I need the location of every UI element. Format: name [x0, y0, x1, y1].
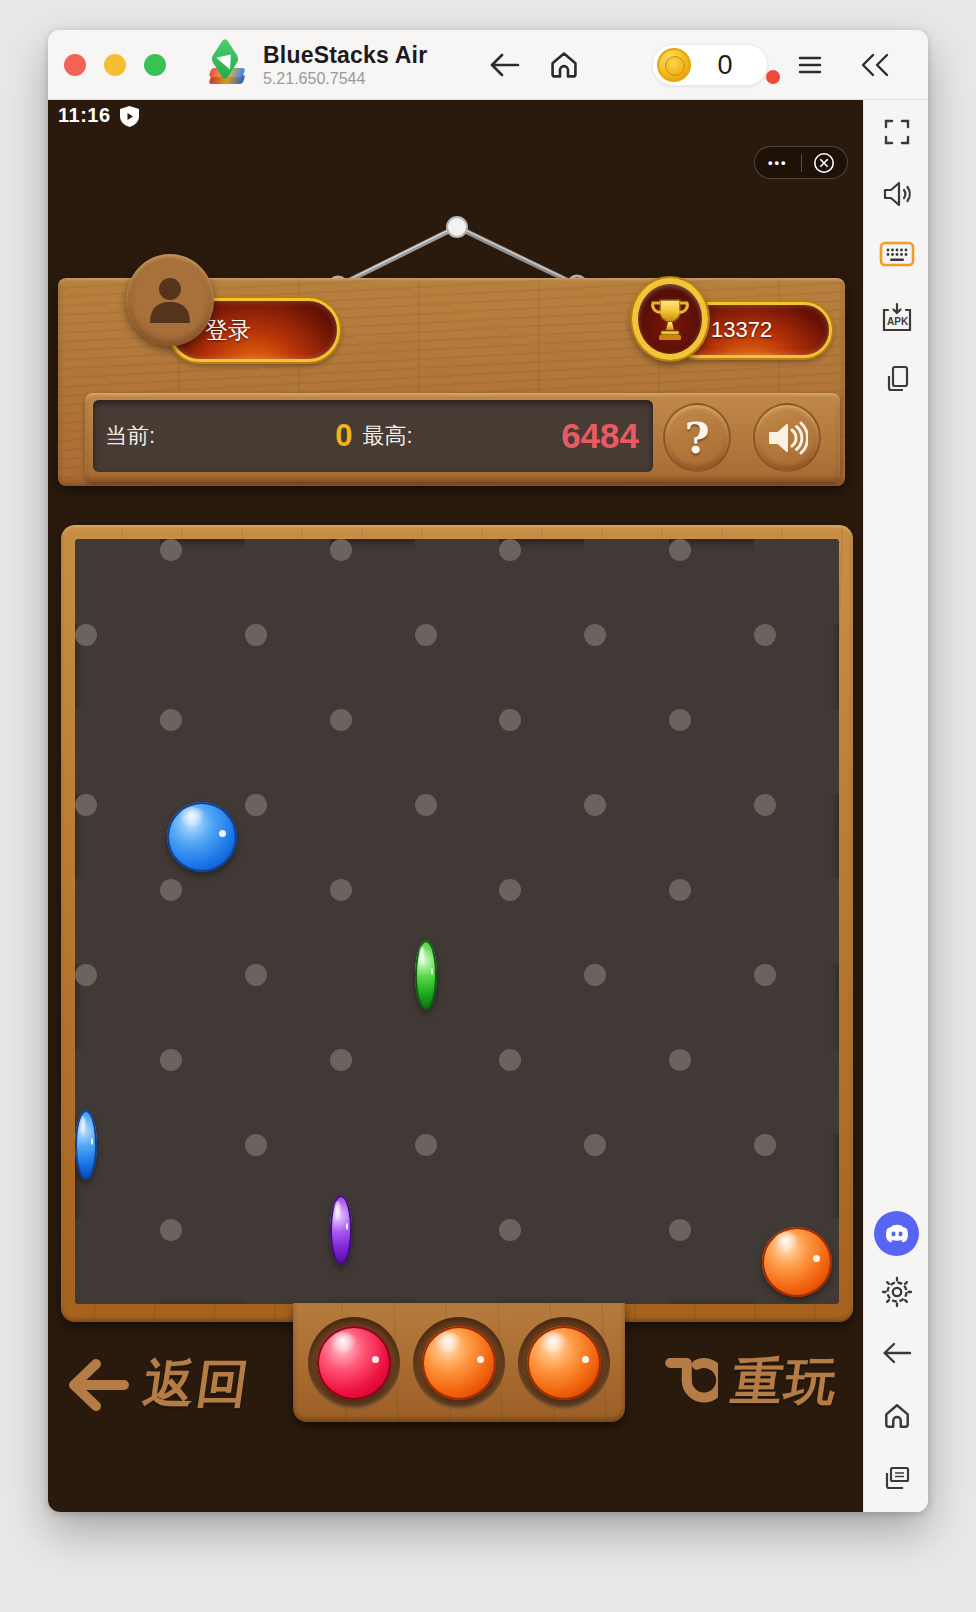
next-orange-ball — [527, 1326, 601, 1400]
purple-ball[interactable] — [330, 1195, 352, 1265]
board-cell[interactable] — [160, 709, 182, 731]
board-cell[interactable] — [499, 879, 521, 901]
score-display: 当前: 0 最高: 6484 — [93, 400, 653, 472]
board-cell[interactable] — [160, 1049, 182, 1071]
board-cell[interactable] — [75, 539, 160, 624]
board-cell[interactable] — [245, 1219, 330, 1304]
board-cell[interactable] — [330, 1049, 352, 1071]
board-cell[interactable] — [754, 879, 839, 964]
shield-icon — [120, 106, 139, 131]
back-label: 返回 — [139, 1350, 255, 1419]
board-cell[interactable] — [499, 1219, 521, 1241]
blue-ball[interactable] — [167, 802, 237, 872]
board-cell[interactable] — [584, 539, 669, 624]
current-score-label: 当前: — [105, 421, 155, 451]
board-cell[interactable] — [330, 624, 415, 709]
board-cell[interactable] — [669, 1134, 754, 1219]
board-cell[interactable] — [669, 1049, 691, 1071]
board-cell[interactable] — [754, 794, 776, 816]
next-ball-slot — [413, 1317, 505, 1409]
board-cell[interactable] — [415, 539, 500, 624]
bluestacks-logo-icon — [206, 44, 248, 86]
board-cell[interactable] — [245, 964, 267, 986]
app-version: 5.21.650.7544 — [263, 70, 427, 88]
bluestacks-window: BlueStacks Air 5.21.650.7544 0 11:16 — [48, 30, 928, 1512]
keyboard-icon[interactable] — [864, 240, 928, 268]
next-red-ball — [317, 1326, 391, 1400]
back-icon[interactable] — [488, 51, 522, 79]
next-balls-tray — [293, 1303, 625, 1422]
board-cell[interactable] — [669, 1219, 691, 1241]
settings-gear-icon[interactable] — [864, 1276, 928, 1308]
game-screen: 11:16 ••• — [48, 100, 863, 1512]
board-cell[interactable] — [584, 624, 606, 646]
menu-icon[interactable] — [796, 54, 824, 76]
board-cell[interactable] — [415, 1049, 500, 1134]
board-cell[interactable] — [669, 879, 691, 901]
board-cell[interactable] — [415, 794, 437, 816]
board-cell[interactable] — [75, 624, 97, 646]
board-cell[interactable] — [754, 539, 839, 624]
board-cell[interactable] — [160, 794, 245, 879]
board-cell[interactable] — [669, 624, 754, 709]
board-cell[interactable] — [160, 964, 245, 1049]
board-cell[interactable] — [499, 964, 584, 1049]
board-cell[interactable] — [499, 794, 584, 879]
back-to-menu-button[interactable]: 返回 — [64, 1350, 250, 1419]
board-cell[interactable] — [499, 709, 521, 731]
board-cell[interactable] — [75, 964, 97, 986]
svg-text:APK: APK — [887, 316, 909, 327]
discord-icon[interactable] — [864, 1211, 928, 1256]
game-board — [75, 539, 839, 1304]
bluestacks-sidebar: APK — [863, 100, 928, 1512]
best-score-value: 6484 — [561, 416, 639, 456]
board-cell[interactable] — [754, 964, 776, 986]
header-board: 登录 13372 — [58, 278, 845, 486]
board-cell[interactable] — [499, 1049, 521, 1071]
back-arrow-icon — [64, 1354, 130, 1416]
android-home-icon[interactable] — [864, 1402, 928, 1430]
board-cell[interactable] — [415, 624, 437, 646]
orange-ball[interactable] — [762, 1227, 832, 1297]
close-button[interactable] — [64, 54, 86, 76]
board-cell[interactable] — [245, 624, 267, 646]
install-apk-icon[interactable]: APK — [864, 302, 928, 334]
board-cell[interactable] — [75, 879, 160, 964]
board-cell[interactable] — [160, 1134, 245, 1219]
board-cell[interactable] — [415, 1134, 437, 1156]
avatar[interactable] — [126, 254, 214, 346]
board-cell[interactable] — [75, 709, 160, 794]
board-cell[interactable] — [754, 1134, 776, 1156]
replay-icon — [660, 1352, 718, 1414]
fullscreen-icon[interactable] — [864, 118, 928, 146]
best-score-label: 最高: — [362, 421, 412, 451]
board-cell[interactable] — [160, 539, 182, 561]
titlebar: BlueStacks Air 5.21.650.7544 0 — [48, 30, 928, 100]
multi-window-icon[interactable] — [864, 364, 928, 394]
close-overlay-button[interactable] — [802, 152, 848, 174]
trophy-icon — [632, 278, 708, 360]
board-cell[interactable] — [160, 624, 245, 709]
board-cell[interactable] — [75, 1134, 97, 1156]
login-label: 登录 — [205, 315, 251, 346]
board-cell[interactable] — [669, 709, 691, 731]
zoom-button[interactable] — [144, 54, 166, 76]
next-ball-slot — [518, 1317, 610, 1409]
minimize-button[interactable] — [104, 54, 126, 76]
help-button[interactable]: ? — [663, 403, 731, 472]
board-cell[interactable] — [754, 709, 839, 794]
app-title: BlueStacks Air — [263, 42, 427, 69]
board-cell[interactable] — [584, 1134, 606, 1156]
board-cell[interactable] — [330, 539, 352, 561]
traffic-lights — [64, 54, 166, 76]
board-cell[interactable] — [669, 539, 691, 561]
board-cell[interactable] — [75, 794, 97, 816]
home-icon[interactable] — [548, 50, 580, 80]
blue-ball[interactable] — [75, 1110, 97, 1180]
board-cell[interactable] — [160, 1219, 182, 1241]
board-cell[interactable] — [245, 539, 330, 624]
coin-count: 0 — [691, 50, 767, 81]
replay-label: 重玩 — [727, 1348, 843, 1417]
board-cell[interactable] — [330, 794, 415, 879]
current-score-value: 0 — [335, 418, 352, 454]
board-cell[interactable] — [499, 1134, 584, 1219]
more-options-button[interactable]: ••• — [755, 155, 801, 170]
board-cell[interactable] — [245, 879, 330, 964]
board-cell[interactable] — [584, 1219, 669, 1304]
board-cell[interactable] — [754, 1219, 839, 1304]
board-cell[interactable] — [415, 964, 437, 986]
board-cell[interactable] — [245, 709, 330, 794]
next-ball-slot — [308, 1317, 400, 1409]
board-cell[interactable] — [584, 879, 669, 964]
board-cell[interactable] — [245, 794, 267, 816]
board-cell[interactable] — [499, 539, 521, 561]
board-cell[interactable] — [584, 964, 606, 986]
trophy-score: 13372 — [711, 317, 772, 343]
recent-apps-icon[interactable] — [864, 1464, 928, 1494]
board-cell[interactable] — [330, 879, 352, 901]
board-cell[interactable] — [245, 1049, 330, 1134]
notification-dot — [766, 70, 780, 84]
next-orange-ball — [422, 1326, 496, 1400]
board-cell[interactable] — [75, 1219, 160, 1304]
board-cell[interactable] — [754, 624, 776, 646]
board-cell[interactable] — [330, 709, 352, 731]
board-cell[interactable] — [245, 1134, 267, 1156]
board-cell[interactable] — [330, 964, 415, 1049]
board-cell[interactable] — [669, 794, 754, 879]
status-time: 11:16 — [58, 104, 111, 127]
board-cell[interactable] — [584, 709, 669, 794]
android-back-icon[interactable] — [864, 1340, 928, 1366]
score-panel: 当前: 0 最高: 6484 ? — [85, 393, 840, 482]
coin-icon — [657, 48, 691, 82]
board-cell[interactable] — [669, 964, 754, 1049]
green-ball[interactable] — [415, 940, 437, 1010]
board-frame — [61, 525, 853, 1322]
sound-button[interactable] — [753, 403, 821, 472]
board-cell[interactable] — [584, 1049, 669, 1134]
board-cell[interactable] — [415, 1219, 500, 1304]
replay-button[interactable]: 重玩 — [660, 1348, 838, 1417]
collapse-panel-icon[interactable] — [860, 52, 890, 78]
volume-icon[interactable] — [864, 180, 928, 208]
board-cell[interactable] — [160, 879, 182, 901]
board-cell[interactable] — [754, 1049, 839, 1134]
coin-wallet-button[interactable]: 0 — [652, 44, 768, 86]
board-cell[interactable] — [584, 794, 606, 816]
board-cell[interactable] — [330, 1219, 352, 1241]
floating-menu-pill: ••• — [754, 146, 848, 179]
board-cell[interactable] — [499, 624, 584, 709]
board-cell[interactable] — [415, 709, 500, 794]
